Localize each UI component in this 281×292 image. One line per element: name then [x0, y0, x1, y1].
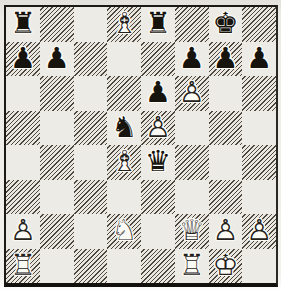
- white-knight[interactable]: ♞♘: [107, 214, 141, 249]
- piece-glyph: ♟: [44, 44, 70, 73]
- square-f3[interactable]: [175, 180, 209, 215]
- piece-glyph: ♟: [212, 44, 238, 73]
- square-b5[interactable]: [40, 111, 74, 146]
- white-rook[interactable]: ♜♖: [175, 249, 209, 284]
- square-c5[interactable]: [74, 111, 108, 146]
- scanned-chess-diagram: ♜♜♝♗♜♜♚♚♟♟♟♟♟♟♟♟♟♟♟♟♟♙♞♞♟♙♝♗♛♛♟♙♞♘♛♕♟♙♟♙…: [0, 0, 281, 292]
- black-king[interactable]: ♚♚: [209, 7, 243, 42]
- piece-glyph: ♘: [111, 216, 137, 245]
- white-king[interactable]: ♚♔: [209, 249, 243, 284]
- white-queen[interactable]: ♛♕: [175, 214, 209, 249]
- square-a4[interactable]: [6, 145, 40, 180]
- square-h5[interactable]: [242, 111, 276, 146]
- square-f1[interactable]: ♜♖: [175, 249, 209, 284]
- square-f7[interactable]: ♟♟: [175, 42, 209, 77]
- white-bishop[interactable]: ♝♗: [107, 145, 141, 180]
- black-rook[interactable]: ♜♜: [141, 7, 175, 42]
- square-d3[interactable]: [107, 180, 141, 215]
- square-g6[interactable]: [209, 76, 243, 111]
- square-d6[interactable]: [107, 76, 141, 111]
- square-c6[interactable]: [74, 76, 108, 111]
- square-c8[interactable]: [74, 7, 108, 42]
- board-frame: ♜♜♝♗♜♜♚♚♟♟♟♟♟♟♟♟♟♟♟♟♟♙♞♞♟♙♝♗♛♛♟♙♞♘♛♕♟♙♟♙…: [4, 5, 278, 287]
- black-queen[interactable]: ♛♛: [141, 145, 175, 180]
- square-f6[interactable]: ♟♙: [175, 76, 209, 111]
- square-f2[interactable]: ♛♕: [175, 214, 209, 249]
- square-b6[interactable]: [40, 76, 74, 111]
- square-a2[interactable]: ♟♙: [6, 214, 40, 249]
- piece-glyph: ♙: [145, 113, 171, 142]
- black-knight[interactable]: ♞♞: [107, 111, 141, 146]
- square-b2[interactable]: [40, 214, 74, 249]
- black-pawn[interactable]: ♟♟: [40, 42, 74, 77]
- square-e5[interactable]: ♟♙: [141, 111, 175, 146]
- black-pawn[interactable]: ♟♟: [209, 42, 243, 77]
- square-d8[interactable]: ♝♗: [107, 7, 141, 42]
- square-d4[interactable]: ♝♗: [107, 145, 141, 180]
- white-pawn[interactable]: ♟♙: [6, 214, 40, 249]
- piece-glyph: ♛: [145, 147, 171, 176]
- square-h4[interactable]: [242, 145, 276, 180]
- piece-glyph: ♗: [111, 147, 137, 176]
- white-pawn[interactable]: ♟♙: [242, 214, 276, 249]
- piece-glyph: ♟: [246, 44, 272, 73]
- square-a5[interactable]: [6, 111, 40, 146]
- piece-glyph: ♕: [179, 216, 205, 245]
- square-b1[interactable]: [40, 249, 74, 284]
- white-bishop[interactable]: ♝♗: [107, 7, 141, 42]
- piece-glyph: ♙: [10, 216, 36, 245]
- white-rook[interactable]: ♜♖: [6, 249, 40, 284]
- square-d7[interactable]: [107, 42, 141, 77]
- square-a1[interactable]: ♜♖: [6, 249, 40, 284]
- piece-glyph: ♜: [145, 9, 171, 38]
- square-h2[interactable]: ♟♙: [242, 214, 276, 249]
- square-b7[interactable]: ♟♟: [40, 42, 74, 77]
- black-rook[interactable]: ♜♜: [6, 7, 40, 42]
- square-b4[interactable]: [40, 145, 74, 180]
- piece-glyph: ♚: [212, 9, 238, 38]
- piece-glyph: ♞: [111, 113, 137, 142]
- square-e4[interactable]: ♛♛: [141, 145, 175, 180]
- square-g8[interactable]: ♚♚: [209, 7, 243, 42]
- piece-glyph: ♔: [212, 251, 238, 280]
- black-pawn[interactable]: ♟♟: [242, 42, 276, 77]
- square-e7[interactable]: [141, 42, 175, 77]
- square-a3[interactable]: [6, 180, 40, 215]
- square-d5[interactable]: ♞♞: [107, 111, 141, 146]
- black-pawn[interactable]: ♟♟: [175, 42, 209, 77]
- square-e1[interactable]: [141, 249, 175, 284]
- square-h8[interactable]: [242, 7, 276, 42]
- piece-glyph: ♜: [10, 9, 36, 38]
- square-d2[interactable]: ♞♘: [107, 214, 141, 249]
- square-g4[interactable]: [209, 145, 243, 180]
- piece-glyph: ♟: [10, 44, 36, 73]
- square-b3[interactable]: [40, 180, 74, 215]
- piece-glyph: ♖: [10, 251, 36, 280]
- square-h6[interactable]: [242, 76, 276, 111]
- square-f8[interactable]: [175, 7, 209, 42]
- square-c1[interactable]: [74, 249, 108, 284]
- square-a6[interactable]: [6, 76, 40, 111]
- square-e2[interactable]: [141, 214, 175, 249]
- square-g5[interactable]: [209, 111, 243, 146]
- square-h1[interactable]: [242, 249, 276, 284]
- square-g2[interactable]: ♟♙: [209, 214, 243, 249]
- square-e3[interactable]: [141, 180, 175, 215]
- square-d1[interactable]: [107, 249, 141, 284]
- square-g3[interactable]: [209, 180, 243, 215]
- square-a8[interactable]: ♜♜: [6, 7, 40, 42]
- square-f5[interactable]: [175, 111, 209, 146]
- square-h3[interactable]: [242, 180, 276, 215]
- piece-glyph: ♙: [246, 216, 272, 245]
- white-pawn[interactable]: ♟♙: [209, 214, 243, 249]
- square-c2[interactable]: [74, 214, 108, 249]
- square-f4[interactable]: [175, 145, 209, 180]
- square-e6[interactable]: ♟♟: [141, 76, 175, 111]
- white-pawn[interactable]: ♟♙: [175, 76, 209, 111]
- piece-glyph: ♙: [212, 216, 238, 245]
- square-c7[interactable]: [74, 42, 108, 77]
- white-pawn[interactable]: ♟♙: [141, 111, 175, 146]
- piece-glyph: ♗: [111, 9, 137, 38]
- chess-board: ♜♜♝♗♜♜♚♚♟♟♟♟♟♟♟♟♟♟♟♟♟♙♞♞♟♙♝♗♛♛♟♙♞♘♛♕♟♙♟♙…: [6, 7, 276, 283]
- piece-glyph: ♙: [179, 78, 205, 107]
- square-h7[interactable]: ♟♟: [242, 42, 276, 77]
- square-a7[interactable]: ♟♟: [6, 42, 40, 77]
- square-c3[interactable]: [74, 180, 108, 215]
- square-c4[interactable]: [74, 145, 108, 180]
- piece-glyph: ♟: [179, 44, 205, 73]
- square-e8[interactable]: ♜♜: [141, 7, 175, 42]
- square-g1[interactable]: ♚♔: [209, 249, 243, 284]
- square-b8[interactable]: [40, 7, 74, 42]
- black-pawn[interactable]: ♟♟: [141, 76, 175, 111]
- square-g7[interactable]: ♟♟: [209, 42, 243, 77]
- piece-glyph: ♟: [145, 78, 171, 107]
- piece-glyph: ♖: [179, 251, 205, 280]
- black-pawn[interactable]: ♟♟: [6, 42, 40, 77]
